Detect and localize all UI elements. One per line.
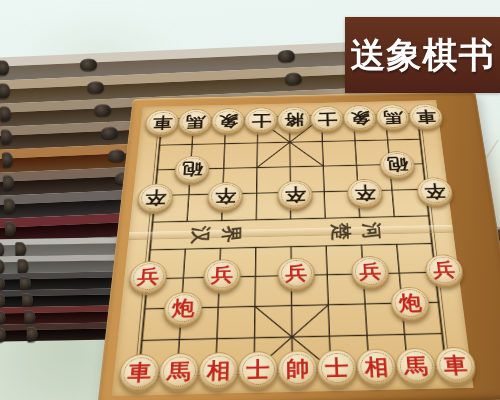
- piece-character: 車: [442, 354, 468, 376]
- piece-black-cannon[interactable]: 砲: [174, 155, 210, 183]
- piece-red-cannon[interactable]: 炮: [390, 286, 431, 320]
- board-surface: 汉界 楚河 車馬象士將士象馬車砲砲卒卒卒卒卒兵兵兵兵兵炮炮車馬相士帥士相馬車: [112, 100, 474, 396]
- piece-character: 馬: [167, 360, 192, 382]
- piece-black-horse[interactable]: 馬: [178, 109, 213, 135]
- piece-black-general[interactable]: 將: [277, 106, 310, 132]
- piece-character: 車: [415, 109, 436, 124]
- piece-character: 馬: [403, 355, 428, 377]
- piece-black-chariot[interactable]: 車: [144, 109, 179, 135]
- piece-character: 砲: [181, 161, 202, 178]
- piece-red-elephant[interactable]: 相: [356, 348, 398, 385]
- piece-black-advisor[interactable]: 士: [310, 106, 344, 132]
- piece-character: 相: [364, 356, 389, 378]
- piece-character: 兵: [432, 260, 456, 279]
- piece-red-soldier[interactable]: 兵: [278, 257, 315, 289]
- piece-character: 炮: [171, 298, 195, 318]
- piece-layer: 車馬象士將士象馬車砲砲卒卒卒卒卒兵兵兵兵兵炮炮車馬相士帥士相馬車: [112, 100, 474, 396]
- piece-character: 砲: [386, 156, 408, 173]
- piece-black-horse[interactable]: 馬: [375, 104, 410, 130]
- piece-red-chariot[interactable]: 車: [118, 354, 161, 391]
- piece-black-soldier[interactable]: 卒: [136, 183, 173, 212]
- piece-red-elephant[interactable]: 相: [198, 352, 239, 389]
- piece-red-soldier[interactable]: 兵: [128, 260, 168, 293]
- piece-black-soldier[interactable]: 卒: [347, 178, 384, 207]
- piece-black-elephant[interactable]: 象: [343, 105, 378, 131]
- promo-banner: 送象棋书: [345, 17, 500, 93]
- piece-red-cannon[interactable]: 炮: [163, 291, 203, 325]
- piece-red-horse[interactable]: 馬: [395, 347, 438, 384]
- xiangqi-board: 汉界 楚河 車馬象士將士象馬車砲砲卒卒卒卒卒兵兵兵兵兵炮炮車馬相士帥士相馬車: [97, 91, 500, 400]
- piece-character: 象: [218, 113, 238, 128]
- piece-character: 帥: [286, 357, 310, 379]
- piece-black-soldier[interactable]: 卒: [278, 180, 313, 209]
- piece-character: 相: [206, 359, 230, 381]
- piece-character: 士: [317, 111, 337, 126]
- piece-character: 兵: [211, 265, 234, 284]
- piece-character: 卒: [423, 183, 446, 200]
- piece-character: 將: [284, 112, 304, 127]
- piece-red-advisor[interactable]: 士: [238, 351, 278, 388]
- piece-black-soldier[interactable]: 卒: [416, 177, 454, 206]
- piece-red-soldier[interactable]: 兵: [203, 259, 241, 291]
- piece-character: 象: [350, 110, 371, 125]
- piece-character: 兵: [359, 262, 382, 281]
- piece-red-soldier[interactable]: 兵: [351, 255, 390, 287]
- product-photo-scene: 汉界 楚河 車馬象士將士象馬車砲砲卒卒卒卒卒兵兵兵兵兵炮炮車馬相士帥士相馬車 送…: [0, 0, 500, 400]
- piece-black-chariot[interactable]: 車: [408, 104, 444, 130]
- piece-character: 炮: [398, 293, 422, 313]
- piece-character: 兵: [285, 264, 307, 283]
- promo-banner-text: 送象棋书: [351, 32, 495, 79]
- piece-character: 卒: [214, 187, 235, 204]
- piece-black-cannon[interactable]: 砲: [379, 151, 416, 179]
- piece-red-soldier[interactable]: 兵: [424, 254, 465, 286]
- piece-black-advisor[interactable]: 士: [244, 107, 277, 133]
- piece-character: 卒: [144, 189, 166, 206]
- piece-character: 馬: [382, 109, 403, 124]
- piece-character: 馬: [185, 114, 206, 129]
- piece-red-horse[interactable]: 馬: [158, 353, 200, 390]
- piece-character: 士: [325, 357, 349, 379]
- piece-character: 士: [251, 112, 271, 127]
- piece-black-soldier[interactable]: 卒: [207, 182, 243, 211]
- piece-red-general[interactable]: 帥: [278, 350, 318, 387]
- piece-character: 兵: [136, 267, 160, 286]
- piece-character: 卒: [354, 184, 376, 201]
- piece-red-advisor[interactable]: 士: [317, 349, 358, 386]
- piece-character: 卒: [285, 186, 306, 203]
- piece-red-chariot[interactable]: 車: [434, 347, 478, 384]
- piece-character: 士: [246, 358, 270, 380]
- piece-black-elephant[interactable]: 象: [211, 108, 245, 134]
- piece-character: 車: [127, 361, 152, 383]
- piece-character: 車: [152, 115, 173, 130]
